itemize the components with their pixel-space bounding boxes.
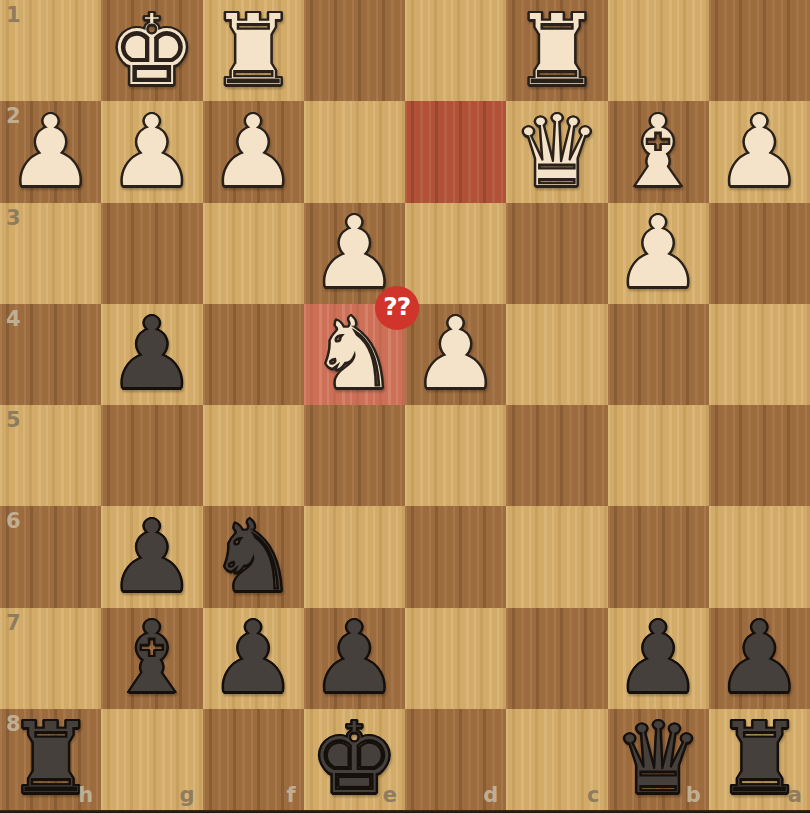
square-h6[interactable]: 6 <box>0 506 101 607</box>
black-knight-f6[interactable]: ♞ <box>203 506 304 607</box>
square-g2[interactable]: ♟ <box>101 101 202 202</box>
black-king-e8[interactable]: ♚ <box>304 709 405 810</box>
square-e5[interactable] <box>304 405 405 506</box>
white-pawn-d4[interactable]: ♟ <box>405 304 506 405</box>
square-d3[interactable] <box>405 203 506 304</box>
square-f5[interactable] <box>203 405 304 506</box>
square-h8[interactable]: 8h♜ <box>0 709 101 810</box>
square-e4[interactable]: ♞?? <box>304 304 405 405</box>
square-e6[interactable] <box>304 506 405 607</box>
black-pawn-e7[interactable]: ♟ <box>304 608 405 709</box>
white-king-g1[interactable]: ♚ <box>101 0 202 101</box>
white-pawn-b3[interactable]: ♟ <box>608 203 709 304</box>
square-g8[interactable]: g <box>101 709 202 810</box>
square-g6[interactable]: ♟ <box>101 506 202 607</box>
square-b7[interactable]: ♟ <box>608 608 709 709</box>
square-h4[interactable]: 4 <box>0 304 101 405</box>
black-pawn-g4[interactable]: ♟ <box>101 304 202 405</box>
blunder-annotation-badge: ?? <box>375 286 419 330</box>
square-b8[interactable]: b♛ <box>608 709 709 810</box>
white-queen-c2[interactable]: ♛ <box>506 101 607 202</box>
chess-board: 1♚♜♜2♟♟♟♛♝♟3♟♟4♟♞??♟56♟♞7♝♟♟♟♟8h♜gfe♚dcb… <box>0 0 810 810</box>
square-a6[interactable] <box>709 506 810 607</box>
rank-label-5: 5 <box>6 408 21 432</box>
square-d1[interactable] <box>405 0 506 101</box>
square-d2[interactable] <box>405 101 506 202</box>
black-pawn-f7[interactable]: ♟ <box>203 608 304 709</box>
square-f2[interactable]: ♟ <box>203 101 304 202</box>
rank-label-1: 1 <box>6 3 21 27</box>
square-c4[interactable] <box>506 304 607 405</box>
white-pawn-h2[interactable]: ♟ <box>0 101 101 202</box>
square-a1[interactable] <box>709 0 810 101</box>
square-b2[interactable]: ♝ <box>608 101 709 202</box>
white-pawn-g2[interactable]: ♟ <box>101 101 202 202</box>
square-a2[interactable]: ♟ <box>709 101 810 202</box>
square-a7[interactable]: ♟ <box>709 608 810 709</box>
square-e7[interactable]: ♟ <box>304 608 405 709</box>
square-h5[interactable]: 5 <box>0 405 101 506</box>
square-g3[interactable] <box>101 203 202 304</box>
file-label-c: c <box>587 783 599 807</box>
square-e8[interactable]: e♚ <box>304 709 405 810</box>
square-f7[interactable]: ♟ <box>203 608 304 709</box>
square-g7[interactable]: ♝ <box>101 608 202 709</box>
square-d8[interactable]: d <box>405 709 506 810</box>
square-c7[interactable] <box>506 608 607 709</box>
black-bishop-g7[interactable]: ♝ <box>101 608 202 709</box>
white-pawn-f2[interactable]: ♟ <box>203 101 304 202</box>
square-h1[interactable]: 1 <box>0 0 101 101</box>
square-a4[interactable] <box>709 304 810 405</box>
file-label-d: d <box>483 783 498 807</box>
square-g5[interactable] <box>101 405 202 506</box>
square-f4[interactable] <box>203 304 304 405</box>
square-f1[interactable]: ♜ <box>203 0 304 101</box>
rank-label-4: 4 <box>6 307 21 331</box>
black-rook-h8[interactable]: ♜ <box>0 709 101 810</box>
black-pawn-b7[interactable]: ♟ <box>608 608 709 709</box>
square-d4[interactable]: ♟ <box>405 304 506 405</box>
square-c8[interactable]: c <box>506 709 607 810</box>
square-b5[interactable] <box>608 405 709 506</box>
square-g4[interactable]: ♟ <box>101 304 202 405</box>
square-f6[interactable]: ♞ <box>203 506 304 607</box>
square-a8[interactable]: a♜ <box>709 709 810 810</box>
file-label-f: f <box>287 783 296 807</box>
rank-label-7: 7 <box>6 611 21 635</box>
square-f3[interactable] <box>203 203 304 304</box>
black-rook-a8[interactable]: ♜ <box>709 709 810 810</box>
square-d6[interactable] <box>405 506 506 607</box>
square-e1[interactable] <box>304 0 405 101</box>
square-e2[interactable] <box>304 101 405 202</box>
square-h2[interactable]: 2♟ <box>0 101 101 202</box>
square-b3[interactable]: ♟ <box>608 203 709 304</box>
square-c5[interactable] <box>506 405 607 506</box>
square-b6[interactable] <box>608 506 709 607</box>
chess-app-stage: 1♚♜♜2♟♟♟♛♝♟3♟♟4♟♞??♟56♟♞7♝♟♟♟♟8h♜gfe♚dcb… <box>0 0 810 813</box>
square-d5[interactable] <box>405 405 506 506</box>
square-f8[interactable]: f <box>203 709 304 810</box>
square-c1[interactable]: ♜ <box>506 0 607 101</box>
black-pawn-a7[interactable]: ♟ <box>709 608 810 709</box>
black-pawn-g6[interactable]: ♟ <box>101 506 202 607</box>
white-bishop-b2[interactable]: ♝ <box>608 101 709 202</box>
square-h3[interactable]: 3 <box>0 203 101 304</box>
square-a3[interactable] <box>709 203 810 304</box>
square-b1[interactable] <box>608 0 709 101</box>
square-a5[interactable] <box>709 405 810 506</box>
square-c3[interactable] <box>506 203 607 304</box>
file-label-g: g <box>179 783 194 807</box>
square-h7[interactable]: 7 <box>0 608 101 709</box>
white-rook-f1[interactable]: ♜ <box>203 0 304 101</box>
black-queen-b8[interactable]: ♛ <box>608 709 709 810</box>
square-c2[interactable]: ♛ <box>506 101 607 202</box>
square-g1[interactable]: ♚ <box>101 0 202 101</box>
white-rook-c1[interactable]: ♜ <box>506 0 607 101</box>
square-b4[interactable] <box>608 304 709 405</box>
square-d7[interactable] <box>405 608 506 709</box>
white-pawn-a2[interactable]: ♟ <box>709 101 810 202</box>
rank-label-6: 6 <box>6 509 21 533</box>
square-c6[interactable] <box>506 506 607 607</box>
